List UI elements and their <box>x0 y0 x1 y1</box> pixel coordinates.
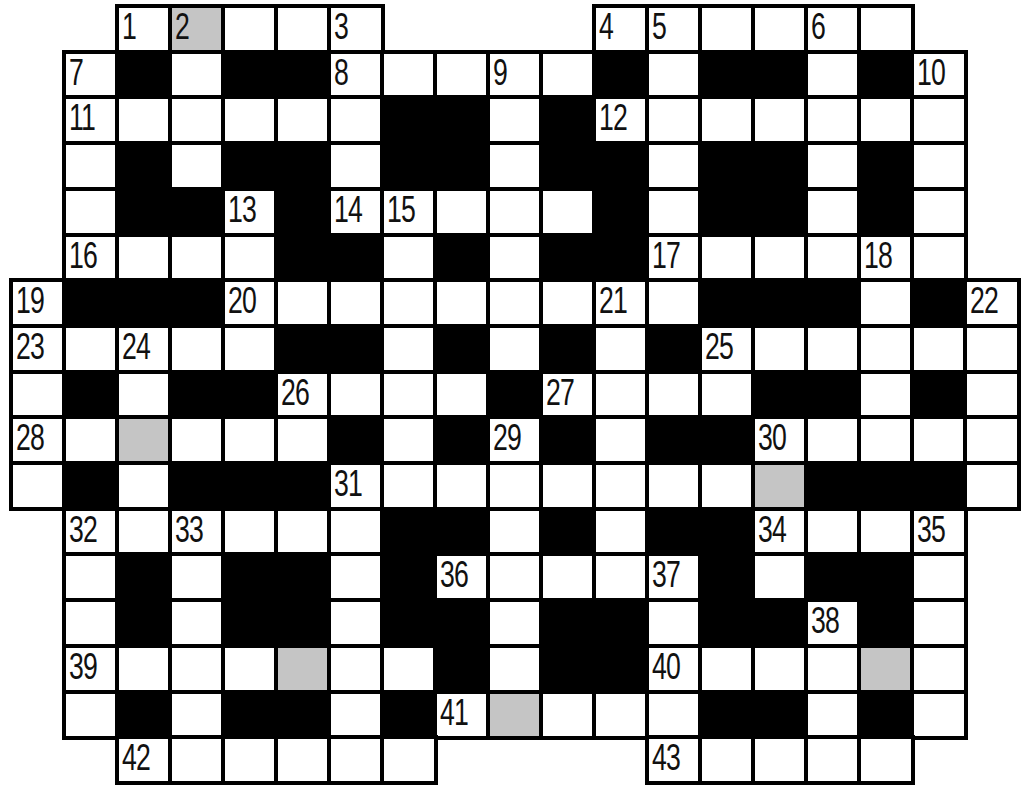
clue-number: 42 <box>122 739 150 778</box>
cell-r10c11-white[interactable] <box>592 461 650 511</box>
cell-r16c14-white[interactable] <box>751 735 809 785</box>
cell-r14c6-white[interactable] <box>327 644 385 694</box>
cell-r10c14-shaded[interactable] <box>751 461 809 511</box>
cell-r6c18-white[interactable]: 22 <box>963 278 1021 328</box>
cell-r4c1-white[interactable] <box>62 187 120 237</box>
clue-number: 38 <box>811 602 839 641</box>
cell-r9c4-white[interactable] <box>221 415 279 465</box>
cell-r9c9-white[interactable]: 29 <box>486 415 544 465</box>
cell-r13c6-white[interactable] <box>327 598 385 648</box>
cell-r5c6-black <box>327 233 385 283</box>
cell-r0c3-shaded[interactable]: 2 <box>168 4 226 54</box>
cell-r4c8-white[interactable] <box>433 187 491 237</box>
cell-r1c12-white[interactable] <box>645 50 703 100</box>
cell-r7c16-white[interactable] <box>857 324 915 374</box>
cell-r14c1-white[interactable]: 39 <box>62 644 120 694</box>
cell-r10c3-black <box>168 461 226 511</box>
clue-number: 25 <box>705 328 733 367</box>
cell-r10c0-white[interactable] <box>9 461 67 511</box>
cell-r1c8-white[interactable] <box>433 50 491 100</box>
cell-r3c15-white[interactable] <box>804 141 862 191</box>
cell-r7c10-black <box>539 324 597 374</box>
cell-r16c15-white[interactable] <box>804 735 862 785</box>
cell-r6c12-white[interactable] <box>645 278 703 328</box>
clue-number: 19 <box>16 282 44 321</box>
cell-r11c11-white[interactable] <box>592 507 650 557</box>
cell-r15c12-white[interactable] <box>645 690 703 740</box>
cell-r7c14-white[interactable] <box>751 324 809 374</box>
cell-r4c13-black <box>698 187 756 237</box>
cell-r4c5-black <box>274 187 332 237</box>
cell-r6c5-white[interactable] <box>274 278 332 328</box>
cell-r4c11-black <box>592 187 650 237</box>
clue-number: 30 <box>758 419 786 458</box>
cell-r13c15-white[interactable]: 38 <box>804 598 862 648</box>
clue-number: 22 <box>970 282 998 321</box>
cell-r14c5-shaded[interactable] <box>274 644 332 694</box>
cell-r2c4-white[interactable] <box>221 95 279 145</box>
cell-r12c14-white[interactable] <box>751 552 809 602</box>
cell-r11c6-white[interactable] <box>327 507 385 557</box>
clue-number: 15 <box>387 191 415 230</box>
cell-r7c15-white[interactable] <box>804 324 862 374</box>
cell-r9c16-white[interactable] <box>857 415 915 465</box>
cell-r11c4-white[interactable] <box>221 507 279 557</box>
cell-r12c4-black <box>221 552 279 602</box>
cell-r1c4-black <box>221 50 279 100</box>
cell-r14c15-white[interactable] <box>804 644 862 694</box>
cell-r9c18-white[interactable] <box>963 415 1021 465</box>
clue-number: 34 <box>758 511 786 550</box>
cell-r5c11-black <box>592 233 650 283</box>
cell-r1c15-white[interactable] <box>804 50 862 100</box>
cell-r5c8-black <box>433 233 491 283</box>
cell-r0c14-white[interactable] <box>751 4 809 54</box>
cell-r3c12-white[interactable] <box>645 141 703 191</box>
cell-r1c7-white[interactable] <box>380 50 438 100</box>
cell-r12c10-white[interactable] <box>539 552 597 602</box>
cell-r8c2-white[interactable] <box>115 370 173 420</box>
cell-r11c14-white[interactable]: 34 <box>751 507 809 557</box>
cell-r5c15-white[interactable] <box>804 233 862 283</box>
cell-r3c2-black <box>115 141 173 191</box>
cell-r9c11-white[interactable] <box>592 415 650 465</box>
cell-r9c1-white[interactable] <box>62 415 120 465</box>
cell-r11c2-white[interactable] <box>115 507 173 557</box>
crossword-puzzle: 1234567891011121314151617181920212223242… <box>0 0 1024 785</box>
cell-r8c10-white[interactable]: 27 <box>539 370 597 420</box>
cell-r16c5-white[interactable] <box>274 735 332 785</box>
cell-r5c16-white[interactable]: 18 <box>857 233 915 283</box>
cell-r13c11-black <box>592 598 650 648</box>
cell-r9c2-shaded[interactable] <box>115 415 173 465</box>
cell-r4c10-white[interactable] <box>539 187 597 237</box>
cell-r8c15-black <box>804 370 862 420</box>
cell-r6c6-white[interactable] <box>327 278 385 328</box>
cell-r5c2-white[interactable] <box>115 233 173 283</box>
cell-r9c0-white[interactable]: 28 <box>9 415 67 465</box>
cell-r1c14-black <box>751 50 809 100</box>
cell-r7c7-white[interactable] <box>380 324 438 374</box>
cell-r13c17-white[interactable] <box>910 598 968 648</box>
clue-number: 2 <box>175 8 189 47</box>
cell-r9c7-white[interactable] <box>380 415 438 465</box>
cell-r4c6-white[interactable]: 14 <box>327 187 385 237</box>
cell-r16c16-white[interactable] <box>857 735 915 785</box>
cell-r4c16-black <box>857 187 915 237</box>
clue-number: 1 <box>122 8 136 47</box>
cell-r1c3-white[interactable] <box>168 50 226 100</box>
cell-r4c2-black <box>115 187 173 237</box>
cell-r15c6-white[interactable] <box>327 690 385 740</box>
cell-r8c0-white[interactable] <box>9 370 67 420</box>
cell-r14c16-shaded[interactable] <box>857 644 915 694</box>
cell-r2c8-black <box>433 95 491 145</box>
cell-r16c3-white[interactable] <box>168 735 226 785</box>
cell-r11c16-white[interactable] <box>857 507 915 557</box>
cell-r14c13-white[interactable] <box>698 644 756 694</box>
clue-number: 11 <box>69 99 95 138</box>
cell-r7c6-black <box>327 324 385 374</box>
cell-r0c15-white[interactable]: 6 <box>804 4 862 54</box>
cell-r1c9-white[interactable]: 9 <box>486 50 544 100</box>
cell-r7c4-white[interactable] <box>221 324 279 374</box>
cell-r8c6-white[interactable] <box>327 370 385 420</box>
cell-r12c12-white[interactable]: 37 <box>645 552 703 602</box>
cell-r1c1-white[interactable]: 7 <box>62 50 120 100</box>
cell-r6c11-white[interactable]: 21 <box>592 278 650 328</box>
cell-r11c7-black <box>380 507 438 557</box>
cell-r2c17-white[interactable] <box>910 95 968 145</box>
cell-r3c7-black <box>380 141 438 191</box>
cell-r16c4-white[interactable] <box>221 735 279 785</box>
cell-r15c15-white[interactable] <box>804 690 862 740</box>
cell-r16c12-white[interactable]: 43 <box>645 735 703 785</box>
cell-r15c17-white[interactable] <box>910 690 968 740</box>
clue-number: 8 <box>334 54 348 93</box>
cell-r10c16-black <box>857 461 915 511</box>
cell-r8c7-white[interactable] <box>380 370 438 420</box>
cell-r9c12-black <box>645 415 703 465</box>
cell-r7c3-white[interactable] <box>168 324 226 374</box>
cell-r13c8-black <box>433 598 491 648</box>
clue-number: 28 <box>16 419 44 458</box>
cell-r14c10-black <box>539 644 597 694</box>
clue-number: 39 <box>69 648 97 687</box>
cell-r12c9-white[interactable] <box>486 552 544 602</box>
cell-r14c3-white[interactable] <box>168 644 226 694</box>
cell-r11c8-black <box>433 507 491 557</box>
cell-r15c1-white[interactable] <box>62 690 120 740</box>
cell-r2c2-white[interactable] <box>115 95 173 145</box>
cell-r9c14-white[interactable]: 30 <box>751 415 809 465</box>
cell-r11c17-white[interactable]: 35 <box>910 507 968 557</box>
cell-r8c9-black <box>486 370 544 420</box>
cell-r10c5-black <box>274 461 332 511</box>
cell-r8c12-white[interactable] <box>645 370 703 420</box>
cell-r14c4-white[interactable] <box>221 644 279 694</box>
cell-r7c11-white[interactable] <box>592 324 650 374</box>
cell-r6c4-white[interactable]: 20 <box>221 278 279 328</box>
clue-number: 23 <box>16 328 44 367</box>
clue-number: 17 <box>652 237 680 276</box>
cell-r2c13-white[interactable] <box>698 95 756 145</box>
cell-r11c3-white[interactable]: 33 <box>168 507 226 557</box>
cell-r14c14-white[interactable] <box>751 644 809 694</box>
cell-r6c8-white[interactable] <box>433 278 491 328</box>
cell-r4c4-white[interactable]: 13 <box>221 187 279 237</box>
cell-r16c7-white[interactable] <box>380 735 438 785</box>
cell-r1c16-black <box>857 50 915 100</box>
cell-r11c15-white[interactable] <box>804 507 862 557</box>
cell-r3c11-black <box>592 141 650 191</box>
cell-r4c9-white[interactable] <box>486 187 544 237</box>
cell-r0c13-white[interactable] <box>698 4 756 54</box>
cell-r2c7-black <box>380 95 438 145</box>
cell-r12c1-white[interactable] <box>62 552 120 602</box>
clue-number: 32 <box>69 511 97 550</box>
clue-number: 40 <box>652 648 680 687</box>
cell-r10c13-white[interactable] <box>698 461 756 511</box>
cell-r2c12-white[interactable] <box>645 95 703 145</box>
cell-r3c6-white[interactable] <box>327 141 385 191</box>
cell-r5c7-white[interactable] <box>380 233 438 283</box>
cell-r15c3-white[interactable] <box>168 690 226 740</box>
cell-r13c14-black <box>751 598 809 648</box>
cell-r8c18-white[interactable] <box>963 370 1021 420</box>
cell-r2c6-white[interactable] <box>327 95 385 145</box>
cell-r10c15-black <box>804 461 862 511</box>
cell-r5c9-white[interactable] <box>486 233 544 283</box>
cell-r7c1-white[interactable] <box>62 324 120 374</box>
cell-r15c11-white[interactable] <box>592 690 650 740</box>
cell-r9c3-white[interactable] <box>168 415 226 465</box>
cell-r13c3-white[interactable] <box>168 598 226 648</box>
clue-number: 3 <box>334 8 348 47</box>
cell-r6c7-white[interactable] <box>380 278 438 328</box>
cell-r11c9-white[interactable] <box>486 507 544 557</box>
cell-r6c16-white[interactable] <box>857 278 915 328</box>
cell-r12c8-white[interactable]: 36 <box>433 552 491 602</box>
cell-r7c12-black <box>645 324 703 374</box>
cell-r10c10-white[interactable] <box>539 461 597 511</box>
cell-r1c6-white[interactable]: 8 <box>327 50 385 100</box>
cell-r11c1-white[interactable]: 32 <box>62 507 120 557</box>
cell-r15c9-shaded[interactable] <box>486 690 544 740</box>
cell-r12c15-black <box>804 552 862 602</box>
cell-r2c3-white[interactable] <box>168 95 226 145</box>
cell-r6c14-black <box>751 278 809 328</box>
clue-number: 41 <box>440 694 468 733</box>
cell-r2c5-white[interactable] <box>274 95 332 145</box>
cell-r2c9-white[interactable] <box>486 95 544 145</box>
cell-r0c16-white[interactable] <box>857 4 915 54</box>
cell-r14c8-black <box>433 644 491 694</box>
cell-r0c2-white[interactable]: 1 <box>115 4 173 54</box>
cell-r10c9-white[interactable] <box>486 461 544 511</box>
cell-r3c9-white[interactable] <box>486 141 544 191</box>
cell-r10c1-black <box>62 461 120 511</box>
cell-r12c3-white[interactable] <box>168 552 226 602</box>
cell-r7c17-white[interactable] <box>910 324 968 374</box>
cell-r11c12-black <box>645 507 703 557</box>
clue-number: 6 <box>811 8 825 47</box>
cell-r7c9-white[interactable] <box>486 324 544 374</box>
clue-number: 21 <box>599 282 627 321</box>
cell-r3c4-black <box>221 141 279 191</box>
cell-r8c13-white[interactable] <box>698 370 756 420</box>
cell-r14c11-black <box>592 644 650 694</box>
cell-r7c18-white[interactable] <box>963 324 1021 374</box>
clue-number: 4 <box>599 8 613 47</box>
cell-r2c1-white[interactable]: 11 <box>62 95 120 145</box>
cell-r7c5-black <box>274 324 332 374</box>
cell-r13c1-white[interactable] <box>62 598 120 648</box>
cell-r12c16-black <box>857 552 915 602</box>
cell-r5c17-white[interactable] <box>910 233 968 283</box>
cell-r1c2-black <box>115 50 173 100</box>
cell-r14c12-white[interactable]: 40 <box>645 644 703 694</box>
cell-r5c3-white[interactable] <box>168 233 226 283</box>
cell-r3c3-white[interactable] <box>168 141 226 191</box>
cell-r14c17-white[interactable] <box>910 644 968 694</box>
cell-r13c12-white[interactable] <box>645 598 703 648</box>
cell-r14c2-white[interactable] <box>115 644 173 694</box>
clue-number: 29 <box>493 419 521 458</box>
cell-r6c1-black <box>62 278 120 328</box>
cell-r1c10-white[interactable] <box>539 50 597 100</box>
cell-r5c14-white[interactable] <box>751 233 809 283</box>
cell-r12c2-black <box>115 552 173 602</box>
cell-r6c10-white[interactable] <box>539 278 597 328</box>
cell-r14c9-white[interactable] <box>486 644 544 694</box>
cell-r7c0-white[interactable]: 23 <box>9 324 67 374</box>
cell-r6c9-white[interactable] <box>486 278 544 328</box>
cell-r10c12-white[interactable] <box>645 461 703 511</box>
cell-r8c5-white[interactable]: 26 <box>274 370 332 420</box>
cell-r12c17-white[interactable] <box>910 552 968 602</box>
cell-r0c11-white[interactable]: 4 <box>592 4 650 54</box>
clue-number: 7 <box>69 54 83 93</box>
cell-r8c11-white[interactable] <box>592 370 650 420</box>
clue-number: 16 <box>69 237 97 276</box>
cell-r4c3-black <box>168 187 226 237</box>
cell-r8c17-black <box>910 370 968 420</box>
cell-r16c6-white[interactable] <box>327 735 385 785</box>
cell-r3c17-white[interactable] <box>910 141 968 191</box>
cell-r0c12-white[interactable]: 5 <box>645 4 703 54</box>
cell-r2c15-white[interactable] <box>804 95 862 145</box>
cell-r2c14-white[interactable] <box>751 95 809 145</box>
cell-r15c16-black <box>857 690 915 740</box>
cell-r9c5-white[interactable] <box>274 415 332 465</box>
cell-r13c2-black <box>115 598 173 648</box>
cell-r10c7-white[interactable] <box>380 461 438 511</box>
cell-r5c12-white[interactable]: 17 <box>645 233 703 283</box>
cell-r0c4-white[interactable] <box>221 4 279 54</box>
cell-r9c15-white[interactable] <box>804 415 862 465</box>
cell-r3c5-black <box>274 141 332 191</box>
cell-r5c5-black <box>274 233 332 283</box>
cell-r5c13-white[interactable] <box>698 233 756 283</box>
cell-r4c12-white[interactable] <box>645 187 703 237</box>
cell-r11c5-white[interactable] <box>274 507 332 557</box>
cell-r1c13-black <box>698 50 756 100</box>
clue-number: 13 <box>228 191 256 230</box>
cell-r8c16-white[interactable] <box>857 370 915 420</box>
clue-number: 9 <box>493 54 507 93</box>
cell-r13c16-black <box>857 598 915 648</box>
cell-r16c13-white[interactable] <box>698 735 756 785</box>
cell-r7c8-black <box>433 324 491 374</box>
cell-r4c15-white[interactable] <box>804 187 862 237</box>
cell-r16c2-white[interactable]: 42 <box>115 735 173 785</box>
cell-r5c4-white[interactable] <box>221 233 279 283</box>
cell-r15c14-black <box>751 690 809 740</box>
cell-r9c17-white[interactable] <box>910 415 968 465</box>
cell-r9c8-black <box>433 415 491 465</box>
cell-r15c8-white[interactable]: 41 <box>433 690 491 740</box>
cell-r14c7-white[interactable] <box>380 644 438 694</box>
cell-r3c10-black <box>539 141 597 191</box>
cell-r7c2-white[interactable]: 24 <box>115 324 173 374</box>
cell-r13c7-black <box>380 598 438 648</box>
cell-r5c10-black <box>539 233 597 283</box>
cell-r10c2-white[interactable] <box>115 461 173 511</box>
cell-r12c7-black <box>380 552 438 602</box>
cell-r6c0-white[interactable]: 19 <box>9 278 67 328</box>
cell-r4c14-black <box>751 187 809 237</box>
clue-number: 14 <box>334 191 362 230</box>
cell-r12c5-black <box>274 552 332 602</box>
clue-number: 26 <box>281 374 309 413</box>
clue-number: 35 <box>917 511 945 550</box>
cell-r4c7-white[interactable]: 15 <box>380 187 438 237</box>
cell-r10c18-white[interactable] <box>963 461 1021 511</box>
cell-r15c5-black <box>274 690 332 740</box>
clue-number: 43 <box>652 739 680 778</box>
cell-r10c17-black <box>910 461 968 511</box>
clue-number: 5 <box>652 8 666 47</box>
cell-r1c17-white[interactable]: 10 <box>910 50 968 100</box>
cell-r10c8-white[interactable] <box>433 461 491 511</box>
cell-r2c16-white[interactable] <box>857 95 915 145</box>
cell-r2c11-white[interactable]: 12 <box>592 95 650 145</box>
cell-r8c8-white[interactable] <box>433 370 491 420</box>
cell-r15c7-black <box>380 690 438 740</box>
cell-r12c6-white[interactable] <box>327 552 385 602</box>
cell-r12c11-white[interactable] <box>592 552 650 602</box>
cell-r6c2-black <box>115 278 173 328</box>
cell-r0c6-white[interactable]: 3 <box>327 4 385 54</box>
cell-r3c1-white[interactable] <box>62 141 120 191</box>
cell-r15c2-black <box>115 690 173 740</box>
cell-r0c5-white[interactable] <box>274 4 332 54</box>
cell-r10c6-white[interactable]: 31 <box>327 461 385 511</box>
cell-r9c10-black <box>539 415 597 465</box>
cell-r7c13-white[interactable]: 25 <box>698 324 756 374</box>
cell-r1c11-black <box>592 50 650 100</box>
cell-r13c9-white[interactable] <box>486 598 544 648</box>
cell-r5c1-white[interactable]: 16 <box>62 233 120 283</box>
cell-r1c5-black <box>274 50 332 100</box>
cell-r10c4-black <box>221 461 279 511</box>
cell-r8c4-black <box>221 370 279 420</box>
clue-number: 33 <box>175 511 203 550</box>
cell-r15c10-white[interactable] <box>539 690 597 740</box>
clue-number: 10 <box>917 54 945 93</box>
cell-r4c17-white[interactable] <box>910 187 968 237</box>
